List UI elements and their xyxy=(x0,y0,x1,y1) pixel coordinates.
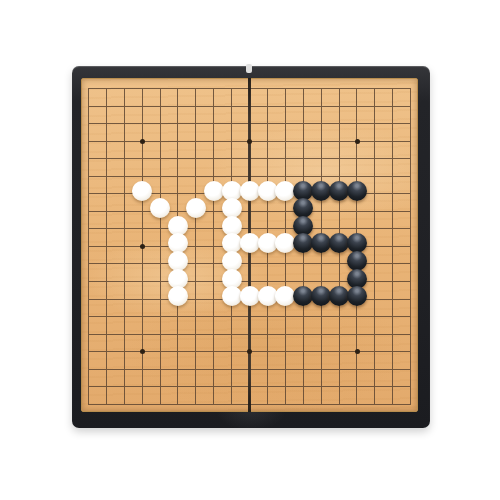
hoshi-point xyxy=(140,349,145,354)
white-stone xyxy=(222,286,242,306)
product-photo-background xyxy=(0,0,500,500)
hoshi-point xyxy=(140,139,145,144)
white-stone xyxy=(240,233,260,253)
black-stone xyxy=(347,286,367,306)
white-stone xyxy=(204,181,224,201)
white-stone xyxy=(132,181,152,201)
hoshi-point xyxy=(140,244,145,249)
white-stone xyxy=(168,286,188,306)
hoshi-point xyxy=(355,139,360,144)
hoshi-point xyxy=(247,139,252,144)
white-stone xyxy=(240,181,260,201)
hinge-notch xyxy=(246,64,252,73)
hoshi-point xyxy=(355,349,360,354)
black-stone xyxy=(347,181,367,201)
white-stone xyxy=(240,286,260,306)
